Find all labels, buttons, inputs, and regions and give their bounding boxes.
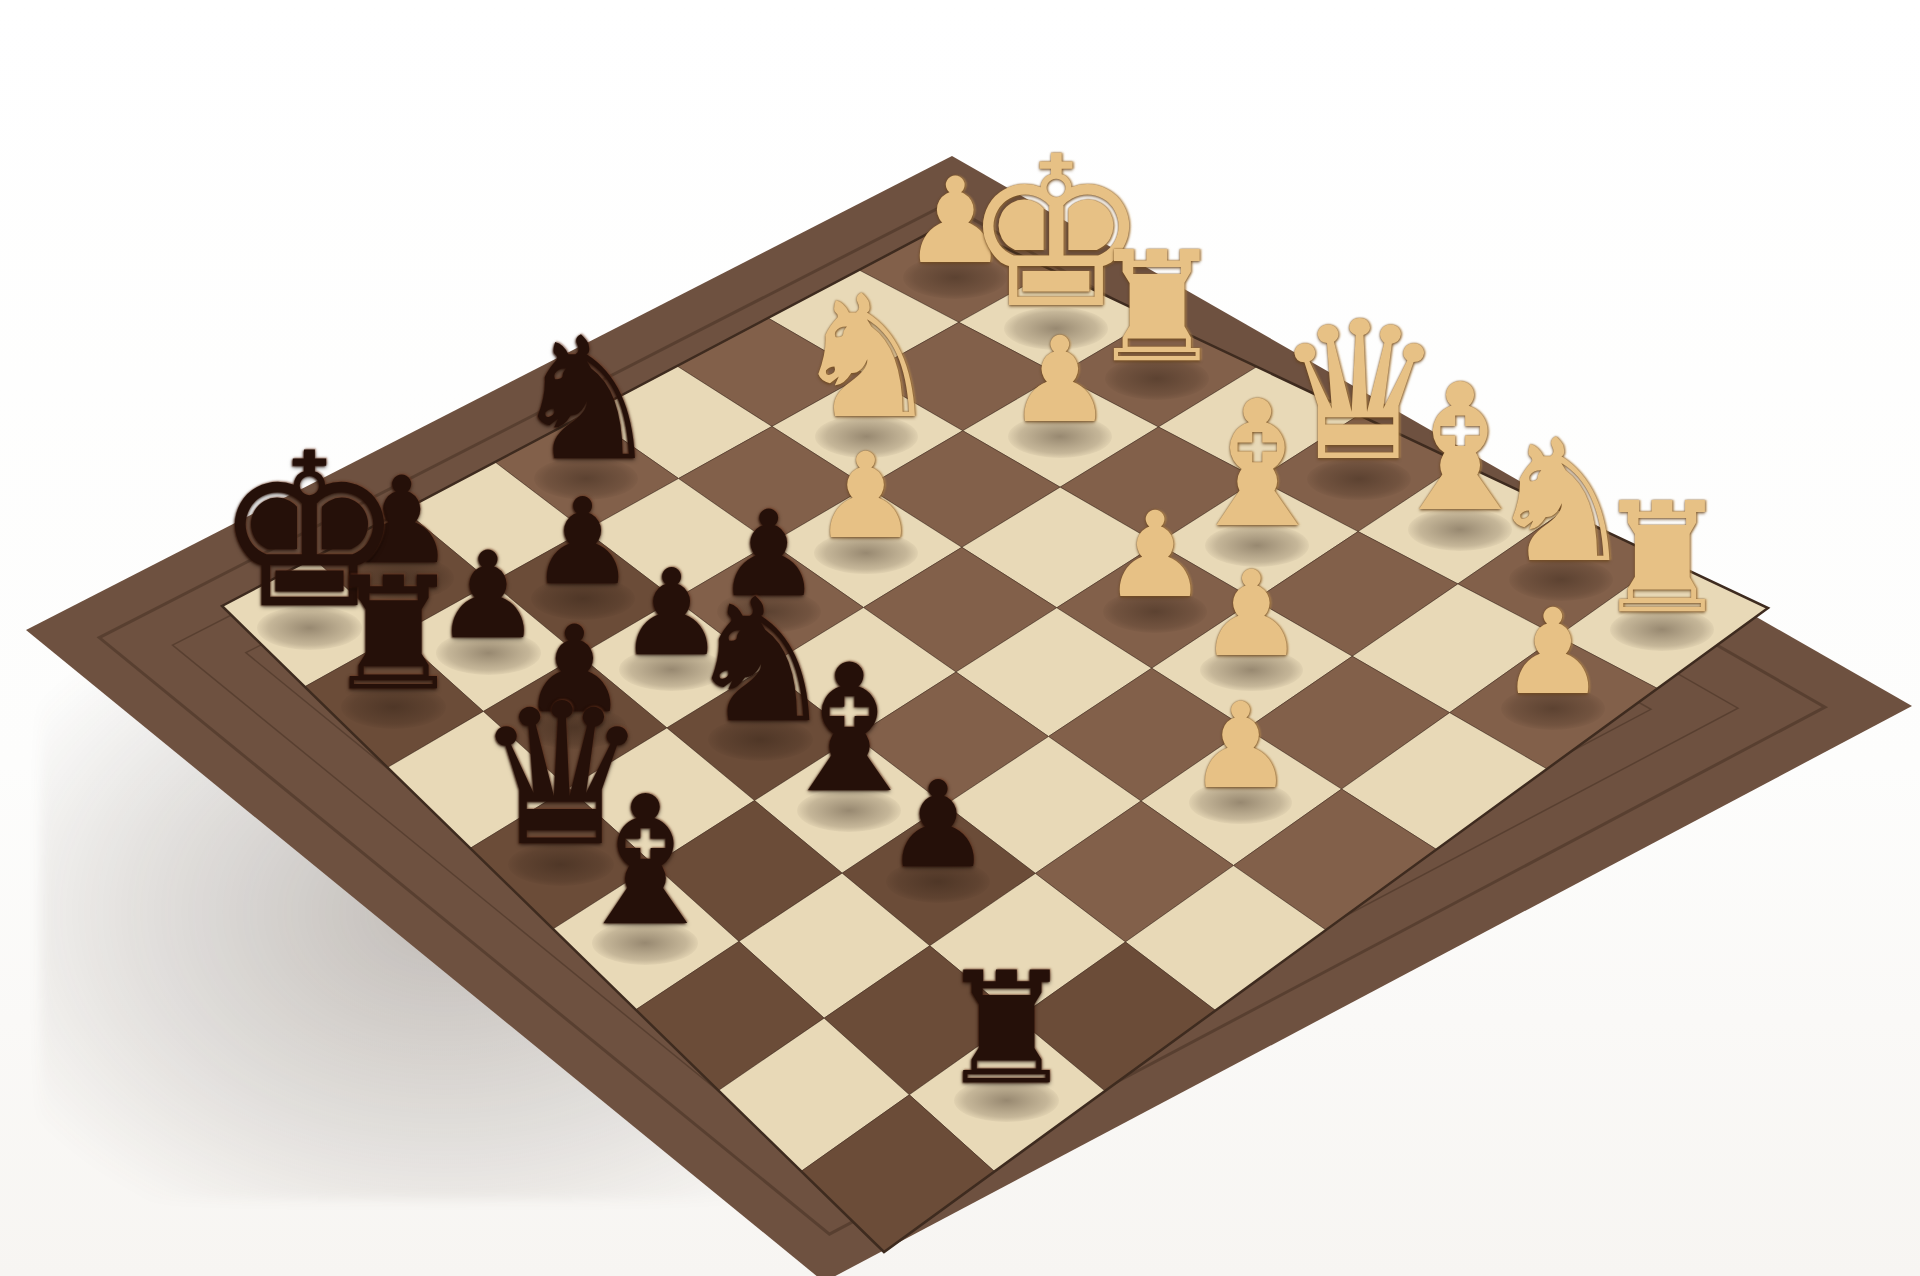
piece-black-rook-b1[interactable]: ♜ [316,557,471,712]
piece-black-bishop-e1[interactable]: ♝ [556,772,734,950]
piece-white-pawn-h7[interactable]: ♟ [1494,593,1612,711]
piece-white-knight-b6[interactable]: ♞ [782,274,951,443]
piece-black-knight-a4[interactable]: ♞ [501,315,670,484]
piece-white-pawn-f6[interactable]: ♟ [1192,555,1310,673]
piece-white-pawn-g5[interactable]: ♟ [1182,687,1300,805]
piece-black-rook-h2[interactable]: ♜ [929,952,1083,1106]
piece-white-pawn-c7[interactable]: ♟ [1001,321,1119,439]
photo-stage: ♟♚♜♞♟♞♛♝♝♟♟♞♟♟♟♚♜♟♟♟♜♟♟♞♟♝♛♟♝♜ [0,0,1920,1276]
piece-black-pawn-f3[interactable]: ♟ [879,765,998,884]
